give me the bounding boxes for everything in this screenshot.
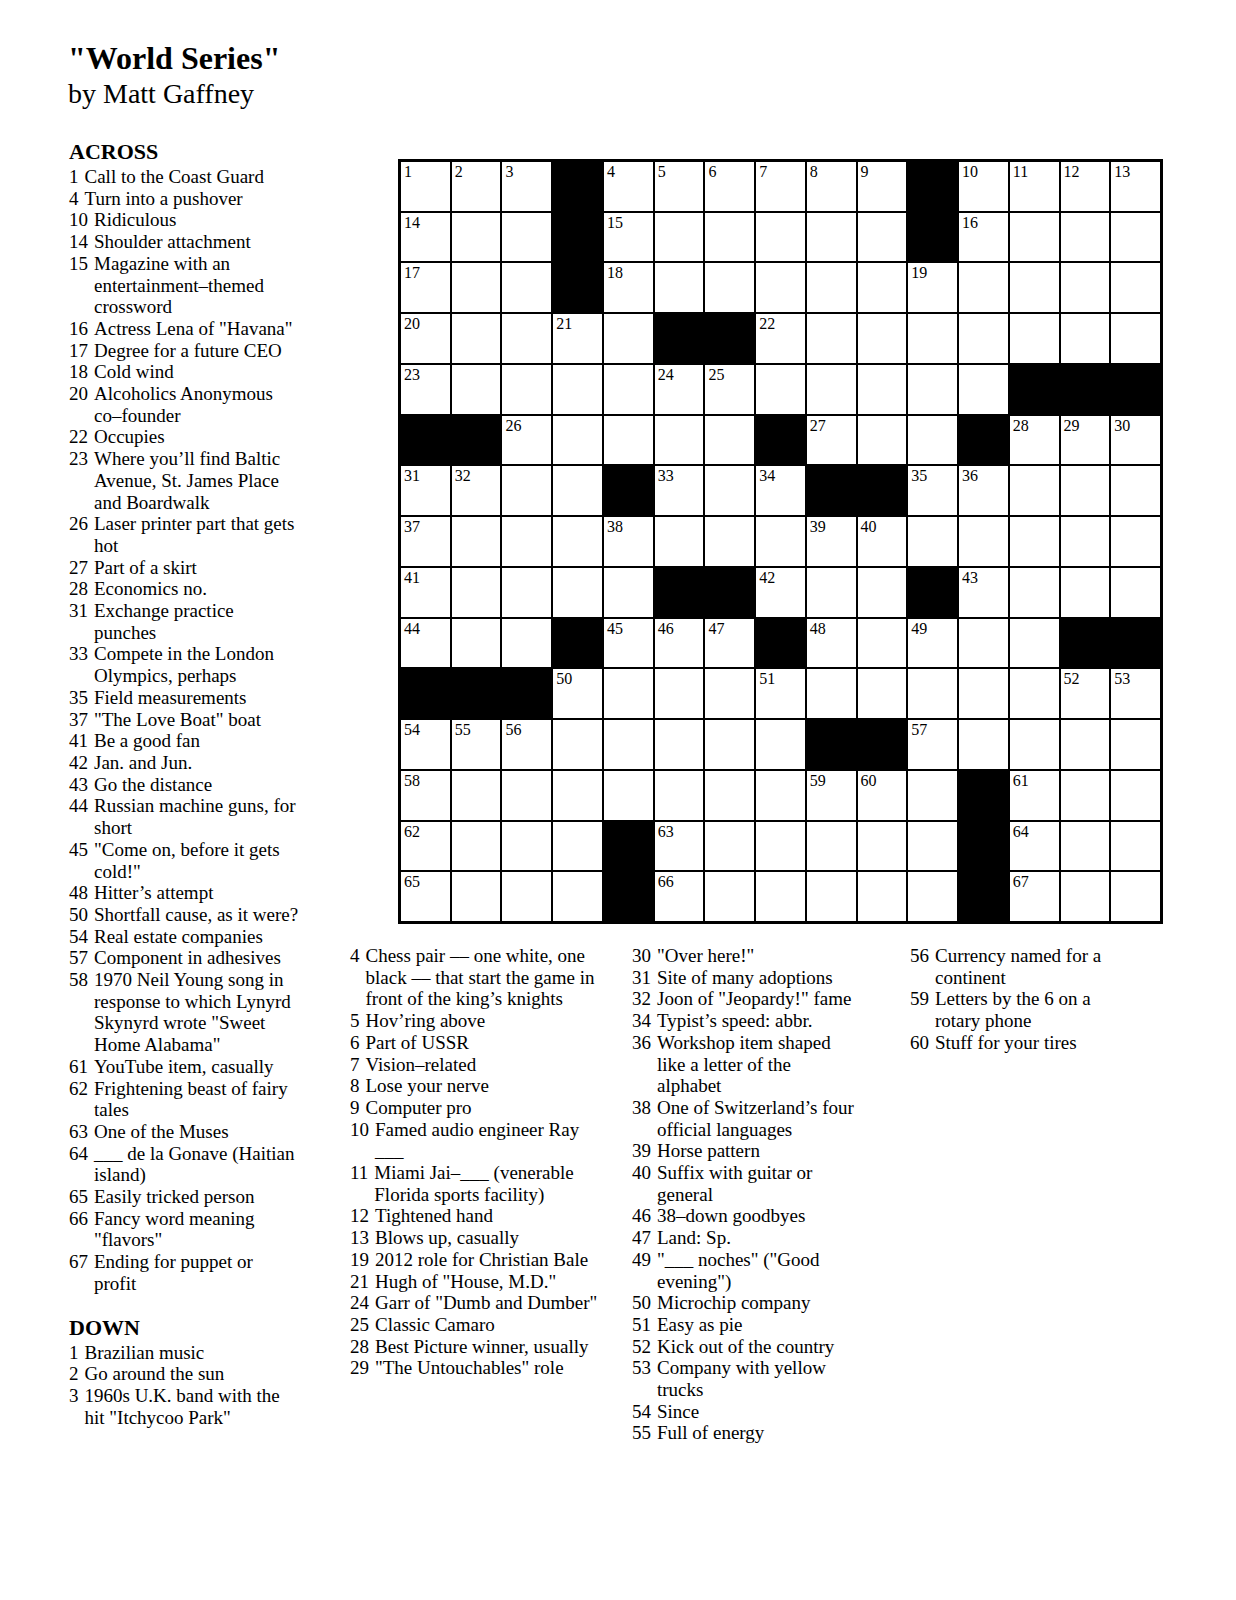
black-cell-r1c11 <box>907 161 958 212</box>
clue-down-25: 25Classic Camaro <box>350 1314 598 1336</box>
clue-number: 39 <box>632 1140 651 1162</box>
grid-cell-r15c14 <box>1060 871 1111 922</box>
grid-cell-r14c1: 62 <box>400 821 451 872</box>
clue-text: Hugh of "House, M.D." <box>375 1271 598 1293</box>
grid-cell-r2c9 <box>806 212 857 263</box>
grid-cell-r4c9 <box>806 313 857 364</box>
clue-down-7: 7Vision–related <box>350 1054 598 1076</box>
clue-number: 8 <box>350 1075 360 1097</box>
grid-cell-r14c4 <box>552 821 603 872</box>
cell-number: 1 <box>404 164 412 180</box>
clue-number: 25 <box>350 1314 369 1336</box>
clue-down-53: 53Company with yellow trucks <box>632 1357 860 1400</box>
clue-down-60: 60Stuff for your tires <box>910 1032 1135 1054</box>
grid-cell-r15c11 <box>907 871 958 922</box>
clue-number: 50 <box>632 1292 651 1314</box>
grid-cell-r9c2 <box>451 567 502 618</box>
clue-text: Famed audio engineer Ray ___ <box>375 1119 598 1162</box>
grid-cell-r10c1: 44 <box>400 618 451 669</box>
clue-number: 49 <box>632 1249 651 1271</box>
black-cell-r6c2 <box>451 415 502 466</box>
grid-cell-r5c3 <box>501 364 552 415</box>
grid-cell-r1c9: 8 <box>806 161 857 212</box>
clue-across-20: 20Alcoholics Anonymous co–founder <box>69 383 299 426</box>
clue-text: Lose your nerve <box>366 1075 599 1097</box>
clue-number: 58 <box>69 969 88 991</box>
grid-cell-r3c5: 18 <box>603 262 654 313</box>
grid-cell-r9c13 <box>1009 567 1060 618</box>
grid-cell-r13c7 <box>704 770 755 821</box>
clue-text: Go around the sun <box>85 1363 300 1385</box>
grid-cell-r10c12 <box>958 618 1009 669</box>
grid-cell-r15c3 <box>501 871 552 922</box>
clue-number: 3 <box>69 1385 79 1407</box>
grid-cell-r8c3 <box>501 516 552 567</box>
clue-text: Hov’ring above <box>366 1010 599 1032</box>
clue-down-29: 29"The Untouchables" role <box>350 1357 598 1379</box>
grid-cell-r5c10 <box>857 364 908 415</box>
clue-number: 17 <box>69 340 88 362</box>
grid-cell-r10c3 <box>501 618 552 669</box>
crossword-page: "World Series" by Matt Gaffney ACROSS 1C… <box>0 0 1236 1600</box>
clue-across-15: 15Magazine with an entertainment–themed … <box>69 253 299 318</box>
grid-cell-r3c6 <box>654 262 705 313</box>
crossword-grid: 1234567891011121314151617181920212223242… <box>398 159 1163 924</box>
clue-number: 45 <box>69 839 88 861</box>
black-cell-r3c4 <box>552 262 603 313</box>
clue-text: Tightened hand <box>375 1205 598 1227</box>
clue-text: Suffix with guitar or general <box>657 1162 860 1205</box>
title-block: "World Series" by Matt Gaffney <box>68 40 280 110</box>
grid-cell-r2c1: 14 <box>400 212 451 263</box>
clue-number: 52 <box>632 1336 651 1358</box>
clue-text: Occupies <box>94 426 299 448</box>
clue-number: 57 <box>69 947 88 969</box>
clue-across-33: 33Compete in the London Olympics, perhap… <box>69 643 299 686</box>
grid-cell-r6c5 <box>603 415 654 466</box>
clue-text: YouTube item, casually <box>94 1056 299 1078</box>
grid-cell-r14c3 <box>501 821 552 872</box>
clue-across-64: 64___ de la Gonave (Haitian island) <box>69 1143 299 1186</box>
grid-cell-r11c9 <box>806 668 857 719</box>
grid-cell-r1c14: 12 <box>1060 161 1111 212</box>
clue-text: "The Love Boat" boat <box>94 709 299 731</box>
cell-number: 38 <box>607 519 623 535</box>
clue-number: 23 <box>69 448 88 470</box>
clue-down-10: 10Famed audio engineer Ray ___ <box>350 1119 598 1162</box>
black-cell-r10c14 <box>1060 618 1111 669</box>
grid-cell-r5c6: 24 <box>654 364 705 415</box>
clue-number: 67 <box>69 1251 88 1273</box>
black-cell-r12c10 <box>857 719 908 770</box>
black-cell-r7c9 <box>806 465 857 516</box>
clue-number: 5 <box>350 1010 360 1032</box>
grid-cell-r14c8 <box>755 821 806 872</box>
across-header: ACROSS <box>69 140 299 164</box>
cell-number: 19 <box>911 265 927 281</box>
clue-number: 61 <box>69 1056 88 1078</box>
cell-number: 3 <box>505 164 513 180</box>
clue-number: 10 <box>350 1119 369 1141</box>
clue-number: 6 <box>350 1032 360 1054</box>
black-cell-r14c5 <box>603 821 654 872</box>
grid-cell-r13c1: 58 <box>400 770 451 821</box>
clue-down-50: 50Microchip company <box>632 1292 860 1314</box>
grid-cell-r4c12 <box>958 313 1009 364</box>
grid-cell-r15c7 <box>704 871 755 922</box>
grid-cell-r9c3 <box>501 567 552 618</box>
grid-cell-r12c12 <box>958 719 1009 770</box>
cell-number: 23 <box>404 367 420 383</box>
black-cell-r4c7 <box>704 313 755 364</box>
clue-across-43: 43Go the distance <box>69 774 299 796</box>
clue-down-13: 13Blows up, casually <box>350 1227 598 1249</box>
clue-number: 13 <box>350 1227 369 1249</box>
clue-text: Chess pair –– one white, one black –– th… <box>366 945 599 1010</box>
cell-number: 62 <box>404 824 420 840</box>
clue-across-4: 4Turn into a pushover <box>69 188 299 210</box>
grid-cell-r7c4 <box>552 465 603 516</box>
cell-number: 55 <box>455 722 471 738</box>
cell-number: 12 <box>1064 164 1080 180</box>
cell-number: 26 <box>505 418 521 434</box>
clue-number: 16 <box>69 318 88 340</box>
clue-column-4: 56Currency named for a continent59Letter… <box>910 945 1135 1054</box>
grid-cell-r6c10 <box>857 415 908 466</box>
clue-number: 43 <box>69 774 88 796</box>
black-cell-r10c15 <box>1110 618 1161 669</box>
clue-down-39: 39Horse pattern <box>632 1140 860 1162</box>
cell-number: 5 <box>658 164 666 180</box>
black-cell-r10c8 <box>755 618 806 669</box>
clue-across-23: 23Where you’ll find Baltic Avenue, St. J… <box>69 448 299 513</box>
grid-cell-r1c7: 6 <box>704 161 755 212</box>
grid-cell-r13c4 <box>552 770 603 821</box>
clue-text: Full of energy <box>657 1422 860 1444</box>
grid-cell-r5c12 <box>958 364 1009 415</box>
clue-across-31: 31Exchange practice punches <box>69 600 299 643</box>
cell-number: 10 <box>962 164 978 180</box>
clue-number: 2 <box>69 1363 79 1385</box>
cell-number: 50 <box>556 671 572 687</box>
clue-text: One of the Muses <box>94 1121 299 1143</box>
clue-text: Blows up, casually <box>375 1227 598 1249</box>
clue-down-2: 2Go around the sun <box>69 1363 299 1385</box>
grid-cell-r2c6 <box>654 212 705 263</box>
cell-number: 34 <box>759 468 775 484</box>
grid-cell-r8c1: 37 <box>400 516 451 567</box>
grid-cell-r14c6: 63 <box>654 821 705 872</box>
clue-text: Part of a skirt <box>94 557 299 579</box>
clue-number: 44 <box>69 795 88 817</box>
grid-cell-r3c12 <box>958 262 1009 313</box>
grid-cell-r14c14 <box>1060 821 1111 872</box>
clue-text: One of Switzerland’s four official langu… <box>657 1097 860 1140</box>
grid-cell-r9c10 <box>857 567 908 618</box>
clue-text: Land: Sp. <box>657 1227 860 1249</box>
grid-cell-r13c3 <box>501 770 552 821</box>
grid-cell-r8c15 <box>1110 516 1161 567</box>
clue-text: Magazine with an entertainment–themed cr… <box>94 253 299 318</box>
cell-number: 36 <box>962 468 978 484</box>
grid-cell-r1c12: 10 <box>958 161 1009 212</box>
grid-cell-r12c8 <box>755 719 806 770</box>
cell-number: 56 <box>505 722 521 738</box>
clue-number: 60 <box>910 1032 929 1054</box>
grid-cell-r9c14 <box>1060 567 1111 618</box>
clue-down-31: 31Site of many adoptions <box>632 967 860 989</box>
grid-cell-r4c2 <box>451 313 502 364</box>
down-clue-list-1: 1Brazilian music2Go around the sun31960s… <box>69 1342 299 1429</box>
clue-text: Exchange practice punches <box>94 600 299 643</box>
clue-text: Joon of "Jeopardy!" fame <box>657 988 860 1010</box>
grid-cell-r10c6: 46 <box>654 618 705 669</box>
cell-number: 37 <box>404 519 420 535</box>
clue-number: 27 <box>69 557 88 579</box>
black-cell-r15c12 <box>958 871 1009 922</box>
grid-cell-r4c1: 20 <box>400 313 451 364</box>
clue-down-55: 55Full of energy <box>632 1422 860 1444</box>
cell-number: 29 <box>1064 418 1080 434</box>
grid-cell-r5c5 <box>603 364 654 415</box>
grid-cell-r7c14 <box>1060 465 1111 516</box>
grid-cell-r12c3: 56 <box>501 719 552 770</box>
clue-number: 10 <box>69 209 88 231</box>
black-cell-r10c4 <box>552 618 603 669</box>
black-cell-r6c8 <box>755 415 806 466</box>
grid-cell-r8c14 <box>1060 516 1111 567</box>
clue-number: 40 <box>632 1162 651 1184</box>
clue-down-24: 24Garr of "Dumb and Dumber" <box>350 1292 598 1314</box>
clue-across-10: 10Ridiculous <box>69 209 299 231</box>
grid-cell-r8c13 <box>1009 516 1060 567</box>
clue-across-26: 26Laser printer part that gets hot <box>69 513 299 556</box>
clue-number: 19 <box>350 1249 369 1271</box>
black-cell-r11c1 <box>400 668 451 719</box>
clue-number: 38 <box>632 1097 651 1119</box>
cell-number: 48 <box>810 621 826 637</box>
grid-cell-r11c15: 53 <box>1110 668 1161 719</box>
grid-cell-r15c1: 65 <box>400 871 451 922</box>
grid-cell-r12c15 <box>1110 719 1161 770</box>
grid-cell-r2c10 <box>857 212 908 263</box>
black-cell-r7c10 <box>857 465 908 516</box>
clue-text: Alcoholics Anonymous co–founder <box>94 383 299 426</box>
cell-number: 59 <box>810 773 826 789</box>
grid-cell-r1c15: 13 <box>1110 161 1161 212</box>
clue-column-3: 30"Over here!"31Site of many adoptions32… <box>632 945 860 1444</box>
clue-number: 32 <box>632 988 651 1010</box>
clue-text: Since <box>657 1401 860 1423</box>
grid-cell-r7c15 <box>1110 465 1161 516</box>
clue-text: Compete in the London Olympics, perhaps <box>94 643 299 686</box>
cell-number: 54 <box>404 722 420 738</box>
cell-number: 35 <box>911 468 927 484</box>
grid-cell-r1c3: 3 <box>501 161 552 212</box>
clue-number: 9 <box>350 1097 360 1119</box>
black-cell-r9c7 <box>704 567 755 618</box>
cell-number: 40 <box>861 519 877 535</box>
grid-cell-r4c11 <box>907 313 958 364</box>
grid-cell-r13c11 <box>907 770 958 821</box>
grid-cell-r7c7 <box>704 465 755 516</box>
grid-cell-r6c13: 28 <box>1009 415 1060 466</box>
clue-text: 1960s U.K. band with the hit "Itchycoo P… <box>85 1385 300 1428</box>
grid-cell-r6c15: 30 <box>1110 415 1161 466</box>
grid-cell-r11c12 <box>958 668 1009 719</box>
clue-number: 48 <box>69 882 88 904</box>
clue-number: 54 <box>632 1401 651 1423</box>
cell-number: 65 <box>404 874 420 890</box>
cell-number: 9 <box>861 164 869 180</box>
grid-cell-r14c11 <box>907 821 958 872</box>
cell-number: 45 <box>607 621 623 637</box>
clue-text: Company with yellow trucks <box>657 1357 860 1400</box>
clue-text: Horse pattern <box>657 1140 860 1162</box>
clue-down-34: 34Typist’s speed: abbr. <box>632 1010 860 1032</box>
clue-text: Ending for puppet or profit <box>94 1251 299 1294</box>
cell-number: 17 <box>404 265 420 281</box>
grid-cell-r9c5 <box>603 567 654 618</box>
grid-cell-r10c7: 47 <box>704 618 755 669</box>
cell-number: 33 <box>658 468 674 484</box>
clue-text: "Come on, before it gets cold!" <box>94 839 299 882</box>
clue-text: Russian machine guns, for short <box>94 795 299 838</box>
clue-number: 7 <box>350 1054 360 1076</box>
clue-down-36: 36Workshop item shaped like a letter of … <box>632 1032 860 1097</box>
grid-cell-r8c12 <box>958 516 1009 567</box>
puzzle-title: "World Series" <box>68 40 280 77</box>
grid-cell-r3c3 <box>501 262 552 313</box>
clue-number: 20 <box>69 383 88 405</box>
grid-cell-r4c14 <box>1060 313 1111 364</box>
clue-number: 4 <box>69 188 79 210</box>
grid-cell-r3c13 <box>1009 262 1060 313</box>
clue-across-18: 18Cold wind <box>69 361 299 383</box>
clue-number: 65 <box>69 1186 88 1208</box>
black-cell-r12c9 <box>806 719 857 770</box>
clue-down-5: 5Hov’ring above <box>350 1010 598 1032</box>
clue-across-27: 27Part of a skirt <box>69 557 299 579</box>
clue-number: 36 <box>632 1032 651 1054</box>
clue-text: Site of many adoptions <box>657 967 860 989</box>
grid-cell-r2c2 <box>451 212 502 263</box>
clue-down-12: 12Tightened hand <box>350 1205 598 1227</box>
grid-cell-r7c13 <box>1009 465 1060 516</box>
clue-text: Brazilian music <box>85 1342 300 1364</box>
grid-cell-r9c4 <box>552 567 603 618</box>
clue-across-58: 581970 Neil Young song in response to wh… <box>69 969 299 1056</box>
clue-across-41: 41Be a good fan <box>69 730 299 752</box>
cell-number: 2 <box>455 164 463 180</box>
cell-number: 63 <box>658 824 674 840</box>
cell-number: 31 <box>404 468 420 484</box>
grid-cell-r15c8 <box>755 871 806 922</box>
clue-text: Economics no. <box>94 578 299 600</box>
clue-text: Classic Camaro <box>375 1314 598 1336</box>
grid-cell-r2c5: 15 <box>603 212 654 263</box>
cell-number: 6 <box>708 164 716 180</box>
clue-number: 41 <box>69 730 88 752</box>
black-cell-r9c11 <box>907 567 958 618</box>
grid-cell-r7c12: 36 <box>958 465 1009 516</box>
cell-number: 16 <box>962 215 978 231</box>
clue-down-3: 31960s U.K. band with the hit "Itchycoo … <box>69 1385 299 1428</box>
grid-cell-r5c8 <box>755 364 806 415</box>
clue-number: 51 <box>632 1314 651 1336</box>
clue-down-52: 52Kick out of the country <box>632 1336 860 1358</box>
grid-cell-r7c8: 34 <box>755 465 806 516</box>
grid-cell-r12c4 <box>552 719 603 770</box>
clue-text: Currency named for a continent <box>935 945 1135 988</box>
clue-number: 35 <box>69 687 88 709</box>
clue-text: Field measurements <box>94 687 299 709</box>
grid-cell-r3c10 <box>857 262 908 313</box>
grid-cell-r14c10 <box>857 821 908 872</box>
black-cell-r2c4 <box>552 212 603 263</box>
grid-cell-r2c12: 16 <box>958 212 1009 263</box>
clue-number: 4 <box>350 945 360 967</box>
black-cell-r13c12 <box>958 770 1009 821</box>
clue-down-21: 21Hugh of "House, M.D." <box>350 1271 598 1293</box>
clue-text: Shortfall cause, as it were? <box>94 904 299 926</box>
clue-number: 46 <box>632 1205 651 1227</box>
cell-number: 61 <box>1013 773 1029 789</box>
cell-number: 20 <box>404 316 420 332</box>
clue-text: Be a good fan <box>94 730 299 752</box>
clue-number: 59 <box>910 988 929 1010</box>
clue-text: Kick out of the country <box>657 1336 860 1358</box>
grid-cell-r5c1: 23 <box>400 364 451 415</box>
grid-cell-r12c7 <box>704 719 755 770</box>
black-cell-r5c15 <box>1110 364 1161 415</box>
grid-cell-r14c9 <box>806 821 857 872</box>
grid-cell-r6c4 <box>552 415 603 466</box>
grid-cell-r4c8: 22 <box>755 313 806 364</box>
clue-column-2: 4Chess pair –– one white, one black –– t… <box>350 945 598 1379</box>
clue-number: 28 <box>350 1336 369 1358</box>
black-cell-r4c6 <box>654 313 705 364</box>
clue-text: Microchip company <box>657 1292 860 1314</box>
cell-number: 15 <box>607 215 623 231</box>
grid-cell-r9c9 <box>806 567 857 618</box>
grid-cell-r5c4 <box>552 364 603 415</box>
grid-cell-r4c4: 21 <box>552 313 603 364</box>
clue-text: Easy as pie <box>657 1314 860 1336</box>
clue-down-46: 4638–down goodbyes <box>632 1205 860 1227</box>
grid-cell-r1c8: 7 <box>755 161 806 212</box>
grid-cell-r14c13: 64 <box>1009 821 1060 872</box>
grid-cell-r3c8 <box>755 262 806 313</box>
clue-across-1: 1Call to the Coast Guard <box>69 166 299 188</box>
clue-down-6: 6Part of USSR <box>350 1032 598 1054</box>
grid-cell-r15c4 <box>552 871 603 922</box>
cell-number: 14 <box>404 215 420 231</box>
cell-number: 27 <box>810 418 826 434</box>
clue-down-1: 1Brazilian music <box>69 1342 299 1364</box>
cell-number: 13 <box>1114 164 1130 180</box>
clue-across-44: 44Russian machine guns, for short <box>69 795 299 838</box>
grid-cell-r4c13 <box>1009 313 1060 364</box>
grid-cell-r1c13: 11 <box>1009 161 1060 212</box>
clue-number: 14 <box>69 231 88 253</box>
cell-number: 24 <box>658 367 674 383</box>
clue-text: Laser printer part that gets hot <box>94 513 299 556</box>
clue-text: Actress Lena of "Havana" <box>94 318 299 340</box>
grid-cell-r10c13 <box>1009 618 1060 669</box>
cell-number: 43 <box>962 570 978 586</box>
grid-cell-r11c13 <box>1009 668 1060 719</box>
